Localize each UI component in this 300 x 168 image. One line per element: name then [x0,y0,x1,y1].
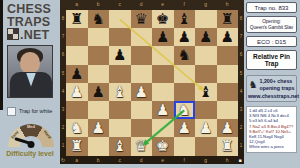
site-banner: ♞ 1,200+ chess opening traps www.chesstr… [246,75,297,102]
trap-for-white-row: Trap for white [7,107,60,116]
white-pawn: ♟ [66,83,88,101]
file-label: f [174,0,196,10]
white-bishop: ♝ [109,137,131,155]
file-label: a [66,0,88,10]
move-list-box: 1.d4 d5 2.c4 c63.Nf3 Nf6 4.Nc3 dxc45.e3 … [246,106,297,154]
banner-traps-line: opening traps [259,85,294,92]
square-c4[interactable]: ♝ [109,83,131,101]
square-h2[interactable]: ♟ [217,119,239,137]
square-c2[interactable] [109,119,131,137]
white-queen: ♛ [131,137,153,155]
board-column: abcdefgh 87654321 87654321 abcdefgh ↻ ■ … [60,0,244,168]
black-pawn: ♟ [152,28,174,46]
white-pawn: ♟ [174,119,196,137]
square-d1[interactable]: ♛ [131,137,153,155]
file-label: b [88,0,110,10]
edge-strip [0,0,3,110]
black-pawn: ♟ [217,28,239,46]
gauge-hub [28,141,35,148]
square-a2[interactable]: ♞ [66,119,88,137]
file-label: f [174,156,196,164]
square-e8[interactable]: ♚ [152,10,174,28]
white-rook: ♜ [217,137,239,155]
square-g3[interactable] [195,101,217,119]
logo-line3: .NET [7,28,60,42]
square-h3[interactable] [217,101,239,119]
square-f7[interactable]: ♟ [174,28,196,46]
square-e4[interactable] [152,83,174,101]
square-f8[interactable]: ♝ [174,10,196,28]
square-a4[interactable]: ♟ [66,83,88,101]
rank-label: 7 [238,28,244,46]
file-label: g [195,156,217,164]
rank-labels-right: 87654321 [238,10,244,156]
square-c5[interactable] [109,65,131,83]
move-line: White wins a piece [249,144,295,149]
square-c8[interactable] [109,10,131,28]
square-d3[interactable] [131,101,153,119]
file-label: g [195,0,217,10]
file-label: d [131,0,153,10]
square-h1[interactable]: ♜ [217,137,239,155]
square-g5[interactable] [195,65,217,83]
rank-label: 8 [238,10,244,28]
file-label: c [109,0,131,10]
photo-face [20,52,40,74]
black-king: ♚ [152,10,174,28]
black-knight: ♞ [88,10,110,28]
white-pawn: ♟ [88,119,110,137]
host-photo [7,45,53,98]
square-g6[interactable] [195,46,217,64]
knight-icon: ♞ [249,80,258,90]
square-e2[interactable] [152,119,174,137]
square-b7[interactable] [88,28,110,46]
opening-box: Opening: Queen's Gambit Slav [246,16,297,33]
banner-text: 1,200+ chess opening traps [259,78,294,91]
rank-label: 6 [238,46,244,64]
square-e3[interactable]: ♟ [152,101,174,119]
square-f3[interactable]: ♞ [174,101,196,119]
square-b5[interactable] [88,65,110,83]
black-queen: ♛ [131,10,153,28]
square-a5[interactable]: ♟ [66,65,88,83]
black-pawn: ♟ [174,28,196,46]
square-f5[interactable] [174,65,196,83]
trap-name-box: Relative Pin Trap [246,50,297,70]
gauge-med-label: Med [27,124,35,129]
black-bishop: ♝ [195,83,217,101]
square-d2[interactable] [131,119,153,137]
square-b8[interactable]: ♞ [88,10,110,28]
file-label: e [152,156,174,164]
replay-icon: ↻ [60,156,66,164]
square-b4[interactable]: ♟ [88,83,110,101]
square-b3[interactable] [88,101,110,119]
black-rook: ♜ [217,10,239,28]
square-f4[interactable] [174,83,196,101]
square-f2[interactable]: ♟ [174,119,196,137]
chesstraps-thumbnail: CHESS TRAPS .NET Trap for white Easy Med… [0,0,300,168]
rank-label: 2 [238,119,244,137]
square-g4[interactable]: ♝ [195,83,217,101]
square-h4[interactable] [217,83,239,101]
square-a3[interactable] [66,101,88,119]
square-a1[interactable]: ♜ [66,137,88,155]
file-label: b [88,156,110,164]
checkerboard-icon [7,28,19,40]
square-h7[interactable]: ♟ [217,28,239,46]
file-labels-top: abcdefgh [66,0,238,10]
trap-number-box: Trap no. 833 [246,2,297,13]
info-panel: Trap no. 833 Opening: Queen's Gambit Sla… [244,0,300,168]
square-d5[interactable] [131,65,153,83]
white-pawn: ♟ [195,119,217,137]
board-squares: ♜♞♛♚♝♜♟♟♟♟♟♞♟♟♟♝♟♝♟♞♞♟♟♟♟♜♝♛♚♜ [66,10,238,156]
file-labels-bottom: abcdefgh [66,156,238,164]
file-label: c [109,156,131,164]
white-knight: ♞ [66,119,88,137]
square-a6[interactable] [66,46,88,64]
file-label: e [152,0,174,10]
difficulty-label: Difficulty level [0,150,60,157]
rank-label: 1 [238,137,244,155]
logo-domain-suffix: .NET [20,28,49,42]
site-url[interactable]: www.chesstraps.net [248,93,295,99]
opening-name: Queen's Gambit Slav [248,25,295,31]
black-pawn: ♟ [66,65,88,83]
square-g2[interactable]: ♟ [195,119,217,137]
square-e6[interactable] [152,46,174,64]
square-e5[interactable] [152,65,174,83]
rank-label: 3 [238,101,244,119]
trap-name-line2: Trap [248,60,295,68]
square-e7[interactable]: ♟ [152,28,174,46]
white-bishop: ♝ [109,83,131,101]
black-pawn: ♟ [109,46,131,64]
square-d6[interactable] [131,46,153,64]
board-corner-square-icon: ■ [236,156,244,164]
file-label: d [131,156,153,164]
square-c3[interactable] [109,101,131,119]
black-pawn: ♟ [195,28,217,46]
square-b1[interactable] [88,137,110,155]
chess-board: abcdefgh 87654321 87654321 abcdefgh ↻ ■ … [60,0,244,164]
square-g8[interactable] [195,10,217,28]
white-pawn: ♟ [152,101,174,119]
trap-for-white-checkbox[interactable] [7,107,16,116]
black-rook: ♜ [66,10,88,28]
trap-for-white-label: Trap for white [19,108,52,114]
banner-count-line: 1,200+ chess [259,78,294,85]
black-bishop: ♝ [174,10,196,28]
rank-label: 4 [238,83,244,101]
square-c6[interactable]: ♟ [109,46,131,64]
white-knight: ♞ [174,101,196,119]
white-rook: ♜ [66,137,88,155]
left-panel: CHESS TRAPS .NET Trap for white Easy Med… [0,0,60,168]
white-king: ♚ [152,137,174,155]
square-h5[interactable] [217,65,239,83]
square-d7[interactable] [131,28,153,46]
square-b2[interactable]: ♟ [88,119,110,137]
difficulty-gauge: Easy Med Hard [8,123,54,147]
trap-name-line1: Relative Pin [248,53,295,61]
square-h6[interactable] [217,46,239,64]
file-label: a [66,156,88,164]
square-d8[interactable]: ♛ [131,10,153,28]
black-knight: ♞ [174,46,196,64]
black-pawn: ♟ [88,83,110,101]
logo-line1: CHESS [7,3,60,16]
square-b6[interactable] [88,46,110,64]
square-f6[interactable]: ♞ [174,46,196,64]
square-d4[interactable]: ♟ [131,83,153,101]
square-h8[interactable]: ♜ [217,10,239,28]
logo-line2: TRAPS [7,16,60,29]
square-g1[interactable] [195,137,217,155]
square-c1[interactable]: ♝ [109,137,131,155]
site-logo: CHESS TRAPS .NET [0,0,60,42]
file-label: h [217,0,239,10]
rank-label: 5 [238,65,244,83]
square-f1[interactable] [174,137,196,155]
white-pawn: ♟ [217,119,239,137]
white-pawn: ♟ [131,83,153,101]
square-g7[interactable]: ♟ [195,28,217,46]
eco-box: ECO : D15 [246,36,297,47]
square-c7[interactable] [109,28,131,46]
square-a7[interactable] [66,28,88,46]
square-a8[interactable]: ♜ [66,10,88,28]
file-label: h [217,156,239,164]
square-e1[interactable]: ♚ [152,137,174,155]
